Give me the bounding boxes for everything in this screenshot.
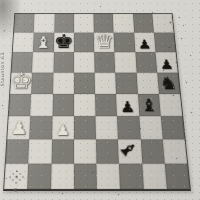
- square-g1: [142, 164, 167, 189]
- square-h6: ♟: [155, 52, 177, 72]
- piece-black-pawn-f4: ♟: [120, 100, 136, 115]
- square-d5: [74, 73, 95, 94]
- piece-white-bishop-b7: ♝: [35, 35, 53, 51]
- square-g3: [139, 116, 163, 139]
- square-c4: [52, 94, 74, 116]
- square-a8: [14, 14, 35, 33]
- board: ♝♚♛♟♟♚♞♟♝♟♟♝: [4, 14, 190, 189]
- photograph: Staunton 63 ♝♚♛♟♟♚♞♟♝♟♟♝ E .: [0, 0, 200, 200]
- square-d7: [74, 33, 94, 53]
- square-b5: [31, 73, 53, 94]
- square-f5: [115, 73, 137, 94]
- square-e8: [93, 14, 113, 33]
- square-c1: [51, 164, 74, 189]
- square-c8: [54, 14, 74, 33]
- square-h7: [154, 33, 176, 53]
- piece-black-bishop-g4: ♝: [140, 97, 159, 114]
- square-c5: [53, 73, 74, 94]
- square-f2: ♝: [118, 139, 142, 163]
- square-f1: [119, 164, 143, 189]
- square-a5: ♚: [10, 73, 32, 94]
- square-e1: [96, 164, 120, 189]
- square-f7: [114, 33, 135, 53]
- piece-white-pawn-a3: ♟: [9, 120, 28, 138]
- square-a7: [13, 33, 34, 53]
- piece-white-pawn-c3: ♟: [55, 123, 70, 138]
- square-b2: [28, 139, 51, 163]
- square-d1: [74, 164, 97, 189]
- square-c7: ♚: [53, 33, 73, 53]
- board-maker-text: Staunton 63: [0, 52, 5, 86]
- square-a1: [4, 164, 28, 189]
- piece-white-queen-e7: ♛: [94, 32, 115, 51]
- square-a6: [11, 52, 33, 72]
- square-h5: ♞: [157, 73, 180, 94]
- square-f8: [113, 14, 134, 33]
- square-e5: [95, 73, 117, 94]
- square-d6: [74, 52, 95, 72]
- square-c2: [51, 139, 74, 163]
- photo-specks: [0, 0, 1, 1]
- square-f6: [115, 52, 137, 72]
- square-h1: [164, 164, 189, 189]
- square-d4: [74, 94, 96, 116]
- square-h2: [162, 139, 187, 163]
- square-d3: [74, 116, 96, 139]
- square-f3: [117, 116, 140, 139]
- square-c6: [53, 52, 74, 72]
- square-a4: [9, 94, 32, 116]
- square-b1: [27, 164, 51, 189]
- square-h8: [152, 14, 174, 33]
- square-g4: ♝: [138, 94, 161, 116]
- square-e2: [96, 139, 119, 163]
- square-a2: [6, 139, 30, 163]
- square-b3: [29, 116, 52, 139]
- square-h4: [159, 94, 183, 116]
- square-b8: [34, 14, 54, 33]
- square-d2: [74, 139, 97, 163]
- square-g8: [133, 14, 154, 33]
- square-b4: [30, 94, 52, 116]
- square-d8: [74, 14, 94, 33]
- square-h3: [161, 116, 185, 139]
- piece-black-knight-h5: ♞: [159, 75, 178, 92]
- piece-white-king-a5: ♚: [9, 70, 33, 92]
- square-g5: [136, 73, 159, 94]
- square-g2: [140, 139, 164, 163]
- square-e3: [95, 116, 118, 139]
- margin-handwriting: E .: [14, 187, 26, 193]
- square-f4: ♟: [116, 94, 139, 116]
- square-g7: ♟: [134, 33, 156, 53]
- square-e7: ♛: [94, 33, 115, 53]
- square-g6: [135, 52, 157, 72]
- square-e4: [95, 94, 117, 116]
- piece-black-king-c7: ♚: [53, 32, 73, 51]
- maker-emblem: [16, 175, 18, 176]
- piece-black-bishop-f2: ♝: [115, 137, 141, 161]
- square-e6: [94, 52, 115, 72]
- square-b6: [32, 52, 53, 72]
- piece-black-pawn-g7: ♟: [138, 38, 152, 50]
- square-c3: ♟: [52, 116, 74, 139]
- square-a3: ♟: [7, 116, 30, 139]
- piece-black-pawn-h6: ♟: [159, 58, 174, 71]
- chessboard-frame: ♝♚♛♟♟♚♞♟♝♟♟♝: [3, 13, 191, 191]
- square-b7: ♝: [33, 33, 54, 53]
